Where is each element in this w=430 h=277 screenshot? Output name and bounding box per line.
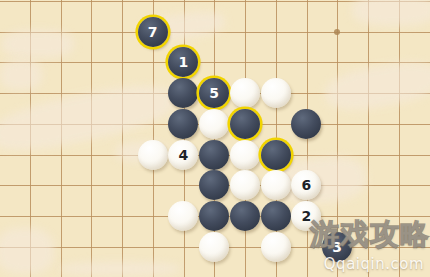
white-stone <box>261 170 291 200</box>
stones-layer: 7154623 <box>0 0 430 262</box>
white-stone <box>199 109 229 139</box>
white-stone <box>199 232 229 262</box>
black-stone-move-5-highlighted: 5 <box>199 78 229 108</box>
black-stone <box>199 140 229 170</box>
white-stone <box>230 78 260 108</box>
white-stone-move-2: 2 <box>291 201 321 231</box>
black-stone <box>168 78 198 108</box>
move-number-label: 5 <box>209 86 219 100</box>
black-stone <box>230 201 260 231</box>
black-stone <box>261 201 291 231</box>
black-stone-move-1-highlighted: 1 <box>168 47 198 77</box>
white-stone <box>230 170 260 200</box>
black-stone <box>291 109 321 139</box>
gomoku-game-screen: 7154623 游戏攻略 Qqaiqin.com <box>0 0 430 277</box>
black-stone-highlighted <box>230 109 260 139</box>
white-stone <box>168 201 198 231</box>
black-stone <box>199 170 229 200</box>
white-stone-move-6: 6 <box>291 170 321 200</box>
move-number-label: 6 <box>302 178 312 192</box>
black-stone-move-3: 3 <box>322 232 352 262</box>
move-number-label: 4 <box>179 148 189 162</box>
move-number-label: 3 <box>332 240 342 254</box>
black-stone <box>199 201 229 231</box>
black-stone-move-7-highlighted: 7 <box>138 17 168 47</box>
black-stone-highlighted <box>261 140 291 170</box>
white-stone <box>138 140 168 170</box>
move-number-label: 2 <box>302 209 312 223</box>
white-stone <box>230 140 260 170</box>
white-stone <box>261 232 291 262</box>
move-number-label: 7 <box>148 25 158 39</box>
black-stone <box>168 109 198 139</box>
white-stone-move-4: 4 <box>168 140 198 170</box>
move-number-label: 1 <box>179 55 189 69</box>
white-stone <box>261 78 291 108</box>
board-texture-smudge <box>60 262 180 276</box>
